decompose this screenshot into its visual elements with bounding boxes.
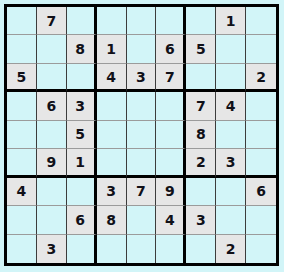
cell-r7c3[interactable] [67,178,97,206]
sudoku-board: 71816554372637458912343796684332 [4,4,279,266]
cell-r8c9[interactable] [246,206,276,234]
cell-r2c8[interactable] [216,35,246,63]
cell-r2c3[interactable]: 8 [67,35,97,63]
cell-r4c3[interactable]: 3 [67,92,97,120]
cell-r3c5[interactable]: 3 [127,64,157,92]
cell-r6c9[interactable] [246,149,276,177]
cell-r8c7[interactable]: 3 [186,206,216,234]
cell-r5c4[interactable] [97,121,127,149]
cell-r7c1[interactable]: 4 [7,178,37,206]
cell-r5c9[interactable] [246,121,276,149]
cell-r6c4[interactable] [97,149,127,177]
cell-r1c5[interactable] [127,7,157,35]
cell-r4c4[interactable] [97,92,127,120]
cell-r2c2[interactable] [37,35,67,63]
cell-r4c6[interactable] [156,92,186,120]
cell-r6c5[interactable] [127,149,157,177]
cell-r4c8[interactable]: 4 [216,92,246,120]
cell-r6c6[interactable] [156,149,186,177]
cell-r5c6[interactable] [156,121,186,149]
cell-r5c2[interactable] [37,121,67,149]
cell-r4c9[interactable] [246,92,276,120]
cell-r8c2[interactable] [37,206,67,234]
cell-r7c5[interactable]: 7 [127,178,157,206]
cell-r2c7[interactable]: 5 [186,35,216,63]
cell-r3c9[interactable]: 2 [246,64,276,92]
cell-r3c2[interactable] [37,64,67,92]
cell-r1c4[interactable] [97,7,127,35]
sudoku-board-grid: 71816554372637458912343796684332 [7,7,276,263]
cell-r8c8[interactable] [216,206,246,234]
cell-r9c8[interactable]: 2 [216,235,246,263]
cell-r1c9[interactable] [246,7,276,35]
cell-r3c4[interactable]: 4 [97,64,127,92]
cell-r7c7[interactable] [186,178,216,206]
cell-r1c8[interactable]: 1 [216,7,246,35]
cell-r9c2[interactable]: 3 [37,235,67,263]
cell-r6c2[interactable]: 9 [37,149,67,177]
cell-r9c9[interactable] [246,235,276,263]
cell-r8c1[interactable] [7,206,37,234]
cell-r5c3[interactable]: 5 [67,121,97,149]
cell-r9c7[interactable] [186,235,216,263]
cell-r5c7[interactable]: 8 [186,121,216,149]
cell-r7c2[interactable] [37,178,67,206]
cell-r4c2[interactable]: 6 [37,92,67,120]
cell-r9c1[interactable] [7,235,37,263]
cell-r4c1[interactable] [7,92,37,120]
cell-r4c7[interactable]: 7 [186,92,216,120]
cell-r7c6[interactable]: 9 [156,178,186,206]
cell-r1c7[interactable] [186,7,216,35]
cell-r6c7[interactable]: 2 [186,149,216,177]
cell-r1c2[interactable]: 7 [37,7,67,35]
cell-r9c6[interactable] [156,235,186,263]
cell-r9c4[interactable] [97,235,127,263]
cell-r3c6[interactable]: 7 [156,64,186,92]
cell-r1c6[interactable] [156,7,186,35]
cell-r3c1[interactable]: 5 [7,64,37,92]
cell-r2c4[interactable]: 1 [97,35,127,63]
cell-r9c3[interactable] [67,235,97,263]
cell-r8c4[interactable]: 8 [97,206,127,234]
cell-r2c6[interactable]: 6 [156,35,186,63]
cell-r8c6[interactable]: 4 [156,206,186,234]
cell-r6c3[interactable]: 1 [67,149,97,177]
cell-r6c8[interactable]: 3 [216,149,246,177]
cell-r4c5[interactable] [127,92,157,120]
cell-r8c3[interactable]: 6 [67,206,97,234]
cell-r1c3[interactable] [67,7,97,35]
cell-r7c4[interactable]: 3 [97,178,127,206]
cell-r2c9[interactable] [246,35,276,63]
cell-r5c5[interactable] [127,121,157,149]
cell-r3c3[interactable] [67,64,97,92]
cell-r3c8[interactable] [216,64,246,92]
cell-r8c5[interactable] [127,206,157,234]
cell-r5c1[interactable] [7,121,37,149]
cell-r7c8[interactable] [216,178,246,206]
cell-r6c1[interactable] [7,149,37,177]
cell-r7c9[interactable]: 6 [246,178,276,206]
cell-r2c1[interactable] [7,35,37,63]
cell-r5c8[interactable] [216,121,246,149]
cell-r2c5[interactable] [127,35,157,63]
cell-r3c7[interactable] [186,64,216,92]
cell-r9c5[interactable] [127,235,157,263]
cell-r1c1[interactable] [7,7,37,35]
